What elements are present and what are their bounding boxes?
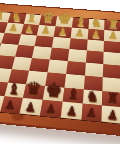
- square-g1: ♟: [81, 104, 102, 122]
- gold-pawn-piece: ♟: [58, 26, 68, 37]
- square-h6: [104, 41, 120, 54]
- square-d1: ♟: [20, 98, 43, 115]
- gold-pawn-piece: ♟: [74, 27, 84, 38]
- chess-set-photo: ♜♞♝♛♚♝♞♜♟♟♟♟♟♟♟♟♜♞♝♛♚♝♞♜♟♟♟♟♟♟♟♟: [0, 0, 120, 144]
- red-bishop-piece: ♝: [7, 80, 22, 97]
- square-e5: [50, 48, 69, 61]
- gold-pawn-piece: ♟: [0, 21, 2, 32]
- square-g4: [84, 63, 103, 77]
- gold-rook-piece: ♜: [107, 18, 119, 31]
- square-f6: [69, 38, 87, 51]
- square-e3: [45, 72, 66, 87]
- red-knight-piece: ♞: [0, 80, 2, 95]
- square-e2: ♚: [43, 86, 64, 102]
- red-pawn-piece: ♟: [4, 99, 16, 113]
- square-g5: [85, 51, 103, 65]
- burl-wood-frame: ♜♞♝♛♚♝♞♜♟♟♟♟♟♟♟♟♜♞♝♛♚♝♞♜♟♟♟♟♟♟♟♟: [0, 2, 120, 138]
- board-squares-grid: ♜♞♝♛♚♝♞♜♟♟♟♟♟♟♟♟♜♞♝♛♚♝♞♜♟♟♟♟♟♟♟♟: [0, 11, 120, 125]
- square-h8: ♜: [105, 20, 120, 31]
- square-g2: ♞: [82, 89, 102, 106]
- square-d6: [35, 35, 54, 47]
- square-h5: [103, 52, 120, 66]
- red-knight-piece: ♞: [86, 89, 100, 105]
- gold-queen-piece: ♛: [41, 10, 55, 26]
- board-scene: ♜♞♝♛♚♝♞♜♟♟♟♟♟♟♟♟♜♞♝♛♚♝♞♜♟♟♟♟♟♟♟♟: [0, 0, 120, 144]
- red-pawn-piece: ♟: [86, 106, 98, 120]
- square-f5: [68, 49, 87, 62]
- red-pawn-piece: ♟: [24, 101, 36, 115]
- square-h1: ♟: [102, 106, 120, 124]
- square-e1: ♟: [40, 100, 62, 118]
- red-rook-piece: ♜: [106, 91, 120, 107]
- gold-bishop-piece: ♝: [26, 11, 38, 25]
- square-g3: [83, 75, 103, 90]
- red-bishop-piece: ♝: [65, 86, 80, 103]
- square-g6: [86, 39, 104, 52]
- square-c1: ♟: [0, 96, 23, 113]
- gold-pawn-piece: ♟: [108, 30, 118, 41]
- square-e6: [52, 37, 71, 50]
- red-pawn-piece: ♟: [106, 108, 119, 122]
- square-g7: ♟: [87, 29, 104, 41]
- gold-bishop-piece: ♝: [74, 14, 87, 28]
- chess-board: ♜♞♝♛♚♝♞♜♟♟♟♟♟♟♟♟♜♞♝♛♚♝♞♜♟♟♟♟♟♟♟♟: [0, 2, 120, 138]
- gold-rook-piece: ♜: [0, 9, 6, 21]
- gold-pawn-piece: ♟: [8, 22, 18, 33]
- gold-knight-piece: ♞: [10, 10, 21, 23]
- gold-king-piece: ♚: [57, 10, 72, 27]
- gold-pawn-piece: ♟: [91, 29, 101, 40]
- gold-pawn-piece: ♟: [24, 23, 34, 34]
- red-pawn-piece: ♟: [65, 104, 77, 118]
- gold-knight-piece: ♞: [91, 16, 103, 29]
- square-f2: ♝: [62, 87, 83, 103]
- red-pawn-piece: ♟: [45, 102, 57, 116]
- square-b3: [0, 67, 11, 82]
- square-f7: ♟: [70, 27, 88, 39]
- square-f1: ♟: [60, 102, 82, 120]
- gold-pawn-piece: ♟: [41, 25, 51, 36]
- square-e4: [48, 60, 68, 74]
